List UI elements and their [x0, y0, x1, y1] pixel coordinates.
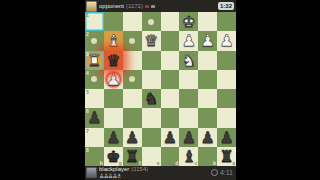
player-rating: (1154) — [131, 166, 148, 173]
square-a5[interactable] — [217, 89, 236, 108]
square-f4[interactable] — [123, 70, 142, 89]
square-d5[interactable] — [161, 89, 180, 108]
rank-label-7: 7 — [86, 128, 89, 134]
square-f5[interactable] — [123, 89, 142, 108]
square-a7[interactable]: ♟ — [217, 128, 236, 147]
square-b6[interactable] — [198, 108, 217, 127]
captured-pieces-tray: ♙♙♙♙♗ — [99, 173, 148, 179]
black-pawn[interactable]: ♟ — [217, 128, 236, 147]
legal-move-dot[interactable] — [91, 76, 97, 82]
white-pawn[interactable]: ♟ — [179, 31, 198, 50]
square-b7[interactable]: ♟ — [198, 128, 217, 147]
black-pawn[interactable]: ♟ — [179, 128, 198, 147]
square-g2[interactable]: ♝ — [104, 31, 123, 50]
letterbox-right — [236, 0, 320, 180]
player-bar: blackplayer (1154) ♙♙♙♙♗ 4:11 — [85, 166, 236, 180]
video-frame: opponent (1171) 1:32 1♚2♝♛♟♟♟3♜♛♞4♟5♞6♟7… — [0, 0, 320, 180]
white-knight[interactable]: ♞ — [179, 51, 198, 70]
square-f1[interactable] — [123, 12, 142, 31]
chess-app: opponent (1171) 1:32 1♚2♝♛♟♟♟3♜♛♞4♟5♞6♟7… — [85, 0, 236, 180]
square-e3[interactable] — [142, 51, 161, 70]
square-d8[interactable]: d — [161, 147, 180, 166]
square-g4[interactable]: ♟ — [104, 70, 123, 89]
white-pawn[interactable]: ♟ — [198, 31, 217, 50]
rank-label-5: 5 — [86, 89, 89, 95]
square-d3[interactable] — [161, 51, 180, 70]
square-g7[interactable]: ♟ — [104, 128, 123, 147]
square-c4[interactable] — [179, 70, 198, 89]
square-h4[interactable]: 4 — [85, 70, 104, 89]
square-c3[interactable]: ♞ — [179, 51, 198, 70]
square-h1[interactable]: 1 — [85, 12, 104, 31]
square-h5[interactable]: 5 — [85, 89, 104, 108]
black-pawn[interactable]: ♟ — [85, 108, 104, 127]
square-g3[interactable]: ♛ — [104, 51, 123, 70]
status-icon — [151, 5, 155, 8]
square-f6[interactable] — [123, 108, 142, 127]
square-g8[interactable]: g♚ — [104, 147, 123, 166]
black-queen[interactable]: ♛ — [104, 51, 123, 70]
square-a4[interactable] — [217, 70, 236, 89]
square-d7[interactable]: ♟ — [161, 128, 180, 147]
player-avatar[interactable] — [86, 167, 97, 178]
white-pawn[interactable]: ♟ — [104, 70, 123, 89]
black-pawn[interactable]: ♟ — [198, 128, 217, 147]
white-king[interactable]: ♚ — [179, 12, 198, 31]
square-h7[interactable]: 7 — [85, 128, 104, 147]
rank-label-1: 1 — [86, 12, 89, 18]
flag-icon — [145, 5, 149, 8]
square-b4[interactable] — [198, 70, 217, 89]
black-pawn[interactable]: ♟ — [161, 128, 180, 147]
square-f7[interactable]: ♟ — [123, 128, 142, 147]
square-a6[interactable] — [217, 108, 236, 127]
square-e7[interactable] — [142, 128, 161, 147]
square-a2[interactable]: ♟ — [217, 31, 236, 50]
square-c7[interactable]: ♟ — [179, 128, 198, 147]
square-g6[interactable] — [104, 108, 123, 127]
square-b3[interactable] — [198, 51, 217, 70]
white-bishop[interactable]: ♝ — [104, 31, 123, 50]
black-rook[interactable]: ♜ — [217, 147, 236, 166]
white-queen[interactable]: ♛ — [142, 31, 161, 50]
square-g1[interactable] — [104, 12, 123, 31]
square-c1[interactable]: ♚ — [179, 12, 198, 31]
legal-move-dot[interactable] — [148, 19, 154, 25]
square-h8[interactable]: 8h — [85, 147, 104, 166]
square-c5[interactable] — [179, 89, 198, 108]
square-c2[interactable]: ♟ — [179, 31, 198, 50]
square-b2[interactable]: ♟ — [198, 31, 217, 50]
square-b1[interactable] — [198, 12, 217, 31]
black-pawn[interactable]: ♟ — [123, 128, 142, 147]
square-a1[interactable] — [217, 12, 236, 31]
square-e4[interactable] — [142, 70, 161, 89]
opponent-clock: 1:32 — [218, 2, 234, 10]
opponent-name[interactable]: opponent — [99, 3, 124, 10]
opponent-avatar[interactable] — [86, 1, 97, 12]
square-f8[interactable]: f♜ — [123, 147, 142, 166]
black-pawn[interactable]: ♟ — [104, 128, 123, 147]
square-g5[interactable] — [104, 89, 123, 108]
white-rook[interactable]: ♜ — [85, 51, 104, 70]
square-c6[interactable] — [179, 108, 198, 127]
chess-board[interactable]: 1♚2♝♛♟♟♟3♜♛♞4♟5♞6♟7♟♟♟♟♟♟8hg♚f♜edc♝ba♜ — [85, 12, 236, 166]
square-h2[interactable]: 2 — [85, 31, 104, 50]
legal-move-dot[interactable] — [91, 38, 97, 44]
black-king[interactable]: ♚ — [104, 147, 123, 166]
square-d6[interactable] — [161, 108, 180, 127]
player-clock: 4:11 — [220, 166, 233, 179]
rank-label-8: 8 — [86, 147, 89, 153]
square-h6[interactable]: 6♟ — [85, 108, 104, 127]
square-b8[interactable]: b — [198, 147, 217, 166]
square-f3[interactable] — [123, 51, 142, 70]
square-a8[interactable]: a♜ — [217, 147, 236, 166]
square-h3[interactable]: 3♜ — [85, 51, 104, 70]
square-d2[interactable] — [161, 31, 180, 50]
square-c8[interactable]: c♝ — [179, 147, 198, 166]
opponent-rating: (1171) — [126, 3, 143, 10]
opponent-bar: opponent (1171) 1:32 — [85, 0, 236, 12]
rank-label-2: 2 — [86, 31, 89, 37]
white-pawn[interactable]: ♟ — [217, 31, 236, 50]
square-b5[interactable] — [198, 89, 217, 108]
rank-label-4: 4 — [86, 70, 89, 76]
letterbox-left — [0, 0, 85, 180]
square-e1[interactable] — [142, 12, 161, 31]
black-rook[interactable]: ♜ — [123, 147, 142, 166]
square-e5[interactable]: ♞ — [142, 89, 161, 108]
clock-icon — [211, 169, 218, 176]
square-e6[interactable] — [142, 108, 161, 127]
square-a3[interactable] — [217, 51, 236, 70]
legal-move-dot[interactable] — [129, 76, 135, 82]
legal-move-dot[interactable] — [129, 38, 135, 44]
square-f2[interactable] — [123, 31, 142, 50]
black-knight[interactable]: ♞ — [142, 89, 161, 108]
square-e2[interactable]: ♛ — [142, 31, 161, 50]
square-e8[interactable]: e — [142, 147, 161, 166]
square-d4[interactable] — [161, 70, 180, 89]
square-d1[interactable] — [161, 12, 180, 31]
black-bishop[interactable]: ♝ — [179, 147, 198, 166]
